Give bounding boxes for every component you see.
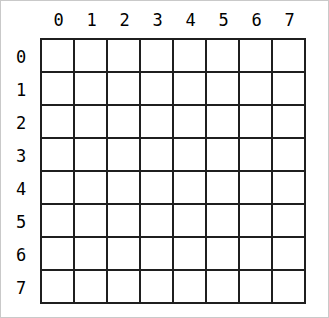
cell[interactable]	[240, 106, 271, 137]
cell[interactable]	[240, 172, 271, 203]
cell[interactable]	[141, 139, 172, 170]
cell[interactable]	[141, 271, 172, 302]
row-label: 6	[3, 238, 39, 271]
cell[interactable]	[108, 238, 139, 269]
cell[interactable]	[174, 40, 205, 71]
cell[interactable]	[174, 139, 205, 170]
cell[interactable]	[141, 172, 172, 203]
row-labels: 01234567	[3, 40, 39, 304]
row-label: 3	[3, 139, 39, 172]
row-label: 7	[3, 271, 39, 304]
column-label: 0	[42, 6, 75, 34]
cell[interactable]	[240, 40, 271, 71]
board-frame: 01234567 01234567	[0, 0, 329, 318]
cell[interactable]	[42, 139, 73, 170]
cell[interactable]	[174, 271, 205, 302]
cell[interactable]	[273, 238, 304, 269]
cell[interactable]	[75, 271, 106, 302]
cell[interactable]	[108, 40, 139, 71]
row-label: 2	[3, 106, 39, 139]
cell[interactable]	[42, 172, 73, 203]
cell[interactable]	[108, 139, 139, 170]
cell[interactable]	[207, 139, 238, 170]
cell[interactable]	[75, 40, 106, 71]
cell[interactable]	[207, 205, 238, 236]
cell[interactable]	[75, 139, 106, 170]
row-label: 1	[3, 73, 39, 106]
cell[interactable]	[141, 205, 172, 236]
column-label: 1	[75, 6, 108, 34]
cell[interactable]	[174, 73, 205, 104]
cell[interactable]	[273, 139, 304, 170]
cell[interactable]	[240, 271, 271, 302]
row-label: 4	[3, 172, 39, 205]
cell[interactable]	[207, 73, 238, 104]
cell[interactable]	[141, 73, 172, 104]
cell[interactable]	[108, 172, 139, 203]
cell[interactable]	[207, 40, 238, 71]
column-label: 6	[240, 6, 273, 34]
row-label: 0	[3, 40, 39, 73]
cell[interactable]	[75, 205, 106, 236]
cell[interactable]	[42, 205, 73, 236]
cell[interactable]	[207, 271, 238, 302]
cell[interactable]	[273, 205, 304, 236]
cell[interactable]	[174, 172, 205, 203]
row-label: 5	[3, 205, 39, 238]
cell[interactable]	[75, 172, 106, 203]
cell[interactable]	[207, 172, 238, 203]
column-label: 5	[207, 6, 240, 34]
cell[interactable]	[273, 106, 304, 137]
cell[interactable]	[75, 238, 106, 269]
cell[interactable]	[75, 106, 106, 137]
cell[interactable]	[141, 106, 172, 137]
column-label: 2	[108, 6, 141, 34]
cell[interactable]	[75, 73, 106, 104]
cell[interactable]	[42, 106, 73, 137]
cell[interactable]	[42, 73, 73, 104]
column-label: 7	[273, 6, 306, 34]
cell[interactable]	[42, 40, 73, 71]
cell[interactable]	[174, 238, 205, 269]
cell[interactable]	[141, 238, 172, 269]
cell[interactable]	[240, 73, 271, 104]
column-labels: 01234567	[42, 6, 306, 34]
column-label: 3	[141, 6, 174, 34]
cell[interactable]	[240, 139, 271, 170]
cell[interactable]	[207, 238, 238, 269]
cell[interactable]	[207, 106, 238, 137]
cell[interactable]	[174, 205, 205, 236]
cell[interactable]	[108, 73, 139, 104]
cell[interactable]	[42, 271, 73, 302]
column-label: 4	[174, 6, 207, 34]
cell[interactable]	[273, 271, 304, 302]
cell[interactable]	[141, 40, 172, 71]
cell[interactable]	[108, 271, 139, 302]
cell[interactable]	[273, 73, 304, 104]
cell[interactable]	[240, 205, 271, 236]
cell[interactable]	[273, 40, 304, 71]
cell[interactable]	[240, 238, 271, 269]
cell[interactable]	[108, 106, 139, 137]
cell[interactable]	[108, 205, 139, 236]
game-board	[40, 38, 306, 304]
cell[interactable]	[42, 238, 73, 269]
cell[interactable]	[174, 106, 205, 137]
cell[interactable]	[273, 172, 304, 203]
